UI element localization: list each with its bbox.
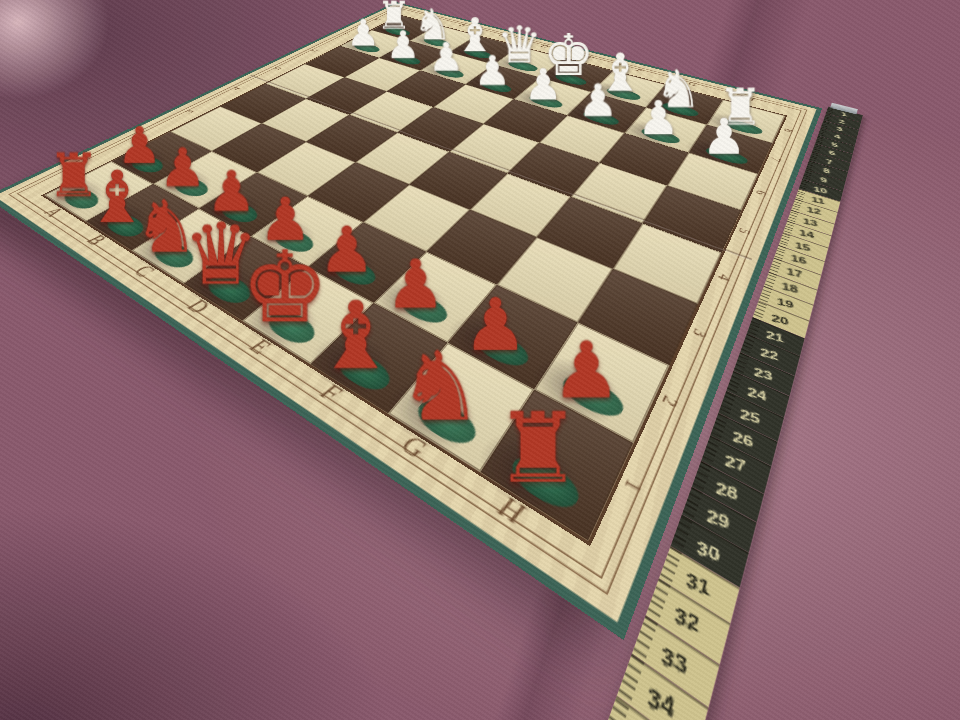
piece-white-pawn: ♟ bbox=[386, 25, 420, 63]
piece-white-pawn: ♟ bbox=[347, 15, 380, 52]
piece-white-pawn: ♟ bbox=[474, 49, 511, 90]
piece-white-pawn: ♟ bbox=[637, 94, 679, 141]
piece-white-pawn: ♟ bbox=[428, 37, 463, 77]
board-grid: ♜♞♝♛♚♝♞♜♟♟♟♟♟♟♟♟♟♟♟♟♟♟♟♟♜♝♞♛♚♝♞♜ bbox=[41, 15, 787, 546]
piece-red-knight: ♞ bbox=[397, 339, 483, 435]
piece-red-bishop: ♝ bbox=[314, 289, 398, 382]
carpet-background: ABCDEFGH ABCDEFGH 87654321 87654321 ♜♞♝♛… bbox=[0, 0, 960, 720]
piece-white-pawn: ♟ bbox=[524, 63, 562, 106]
piece-white-pawn: ♟ bbox=[702, 112, 746, 161]
piece-white-pawn: ♟ bbox=[578, 78, 618, 123]
piece-red-rook: ♜ bbox=[495, 399, 582, 496]
square-h7: ♟ bbox=[688, 124, 772, 174]
